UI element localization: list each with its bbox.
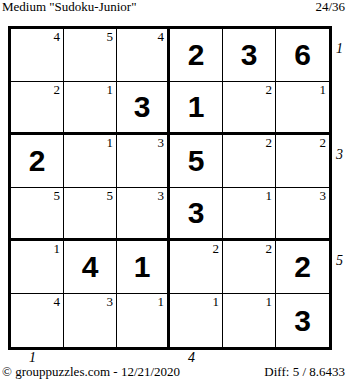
cell-r1c1[interactable]: 4 (11, 29, 64, 82)
pencil-mark: 2 (266, 136, 273, 150)
cell-r4c5[interactable]: 1 (223, 188, 276, 241)
pencil-mark: 4 (54, 30, 61, 44)
cell-r4c3[interactable]: 3 (117, 188, 170, 241)
cell-r3c2[interactable]: 1 (64, 135, 117, 188)
cell-r4c2[interactable]: 5 (64, 188, 117, 241)
pencil-mark: 2 (54, 83, 61, 97)
cell-value: 2 (170, 29, 222, 81)
pencil-mark: 3 (158, 136, 165, 150)
difficulty-text: Diff: 5 / 8.6433 (264, 365, 345, 379)
pencil-mark: 2 (320, 136, 327, 150)
pencil-mark: 4 (158, 30, 165, 44)
cell-r5c4[interactable]: 2 (170, 241, 223, 294)
cell-r6c2[interactable]: 3 (64, 294, 117, 347)
copyright-text: © grouppuzzles.com - 12/21/2020 (2, 365, 180, 379)
cell-r4c6[interactable]: 3 (276, 188, 329, 241)
row-marker-3: 3 (336, 148, 343, 162)
cell-r4c4[interactable]: 3 (170, 188, 223, 241)
pencil-mark: 2 (266, 242, 273, 256)
cell-r1c2[interactable]: 5 (64, 29, 117, 82)
cell-r5c2[interactable]: 4 (64, 241, 117, 294)
cell-r5c6[interactable]: 2 (276, 241, 329, 294)
cell-r3c6[interactable]: 2 (276, 135, 329, 188)
cell-r2c6[interactable]: 1 (276, 82, 329, 135)
pencil-mark: 1 (54, 242, 61, 256)
cell-value: 4 (64, 241, 116, 293)
cell-value: 3 (223, 29, 275, 81)
pencil-mark: 1 (320, 83, 327, 97)
cell-r4c1[interactable]: 5 (11, 188, 64, 241)
pencil-mark: 3 (158, 189, 165, 203)
cell-r5c3[interactable]: 1 (117, 241, 170, 294)
cell-value: 3 (276, 294, 329, 347)
sudoku-grid: 454236213121213522553313141222431113 (8, 26, 332, 350)
pencil-mark: 1 (107, 83, 114, 97)
pencil-mark: 1 (213, 295, 220, 309)
col-marker-1: 1 (29, 351, 36, 365)
cell-r3c1[interactable]: 2 (11, 135, 64, 188)
pencil-mark: 1 (266, 295, 273, 309)
cell-r6c5[interactable]: 1 (223, 294, 276, 347)
cell-r3c3[interactable]: 3 (117, 135, 170, 188)
cell-r2c4[interactable]: 1 (170, 82, 223, 135)
cell-value: 5 (170, 135, 222, 187)
footer: © grouppuzzles.com - 12/21/2020 Diff: 5 … (2, 365, 345, 379)
pencil-mark: 2 (213, 242, 220, 256)
cell-r2c2[interactable]: 1 (64, 82, 117, 135)
pencil-mark: 1 (107, 136, 114, 150)
cell-value: 3 (170, 188, 222, 238)
cell-value: 1 (170, 82, 222, 132)
cell-r2c3[interactable]: 3 (117, 82, 170, 135)
cell-value: 2 (276, 241, 329, 293)
cell-r1c5[interactable]: 3 (223, 29, 276, 82)
cell-r1c3[interactable]: 4 (117, 29, 170, 82)
cell-r6c1[interactable]: 4 (11, 294, 64, 347)
col-marker-4: 4 (188, 351, 195, 365)
pencil-mark: 3 (107, 295, 114, 309)
pencil-mark: 1 (266, 189, 273, 203)
board-wrap: 454236213121213522553313141222431113 135… (8, 26, 332, 350)
progress-counter: 24/36 (315, 0, 345, 14)
pencil-mark: 1 (158, 295, 165, 309)
cell-r1c4[interactable]: 2 (170, 29, 223, 82)
cell-r5c1[interactable]: 1 (11, 241, 64, 294)
cell-value: 3 (117, 82, 167, 132)
pencil-mark: 5 (54, 189, 61, 203)
cell-r2c5[interactable]: 2 (223, 82, 276, 135)
cell-r1c6[interactable]: 6 (276, 29, 329, 82)
cell-r6c3[interactable]: 1 (117, 294, 170, 347)
puzzle-title: Medium "Sudoku-Junior" (2, 0, 136, 14)
puzzle-page: Medium "Sudoku-Junior" 24/36 45423621312… (0, 0, 347, 381)
row-marker-1: 1 (336, 42, 343, 56)
pencil-mark: 4 (54, 295, 61, 309)
pencil-mark: 2 (266, 83, 273, 97)
cell-r6c6[interactable]: 3 (276, 294, 329, 347)
header: Medium "Sudoku-Junior" 24/36 (2, 0, 345, 14)
cell-r6c4[interactable]: 1 (170, 294, 223, 347)
pencil-mark: 5 (107, 189, 114, 203)
cell-r3c5[interactable]: 2 (223, 135, 276, 188)
pencil-mark: 5 (107, 30, 114, 44)
cell-value: 6 (276, 29, 329, 81)
cell-value: 2 (11, 135, 63, 187)
pencil-mark: 3 (320, 189, 327, 203)
cell-r3c4[interactable]: 5 (170, 135, 223, 188)
cell-value: 1 (117, 241, 167, 293)
cell-r2c1[interactable]: 2 (11, 82, 64, 135)
row-marker-5: 5 (336, 254, 343, 268)
cell-r5c5[interactable]: 2 (223, 241, 276, 294)
